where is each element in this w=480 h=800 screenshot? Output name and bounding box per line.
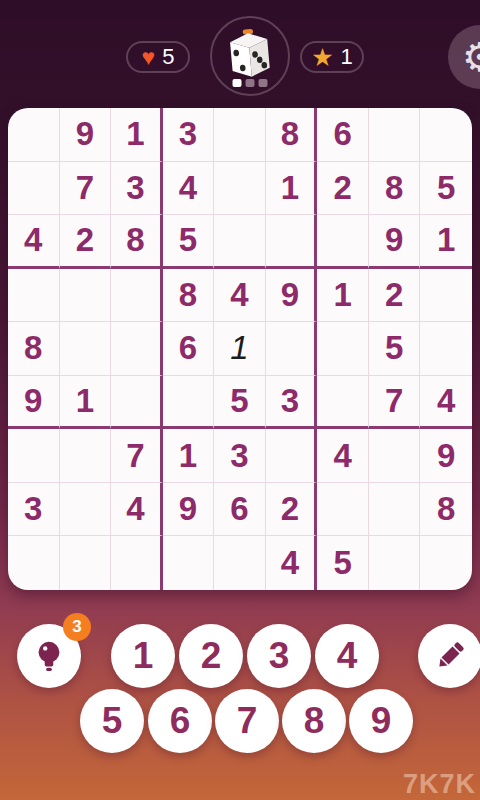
cell-r4c8[interactable]: 2 bbox=[369, 269, 421, 323]
num-button-6[interactable]: 6 bbox=[148, 689, 212, 753]
cell-r3c3[interactable]: 8 bbox=[111, 215, 163, 269]
cell-r4c5[interactable]: 4 bbox=[214, 269, 266, 323]
cell-r5c7[interactable] bbox=[317, 322, 369, 376]
cell-r9c8[interactable] bbox=[369, 536, 421, 590]
hint-count-badge: 3 bbox=[63, 613, 91, 641]
cell-r9c6[interactable]: 4 bbox=[266, 536, 318, 590]
cell-r1c2[interactable]: 9 bbox=[60, 108, 112, 162]
star-icon: ★ bbox=[311, 45, 333, 70]
cell-r8c8[interactable] bbox=[369, 483, 421, 537]
cell-r6c8[interactable]: 7 bbox=[369, 376, 421, 430]
lives-pill: ♥ 5 bbox=[126, 41, 190, 73]
cell-r2c3[interactable]: 3 bbox=[111, 162, 163, 216]
cell-r4c2[interactable] bbox=[60, 269, 112, 323]
page-dots bbox=[233, 79, 268, 87]
cell-r8c6[interactable]: 2 bbox=[266, 483, 318, 537]
cell-r3c9[interactable]: 1 bbox=[420, 215, 472, 269]
cell-r8c7[interactable] bbox=[317, 483, 369, 537]
cell-r1c8[interactable] bbox=[369, 108, 421, 162]
cell-r3c5[interactable] bbox=[214, 215, 266, 269]
cell-r7c7[interactable]: 4 bbox=[317, 429, 369, 483]
cell-r4c3[interactable] bbox=[111, 269, 163, 323]
cell-r4c1[interactable] bbox=[8, 269, 60, 323]
cell-r2c7[interactable]: 2 bbox=[317, 162, 369, 216]
cell-r7c8[interactable] bbox=[369, 429, 421, 483]
cell-r5c6[interactable] bbox=[266, 322, 318, 376]
dice-level-carousel[interactable] bbox=[210, 16, 290, 96]
num-button-1[interactable]: 1 bbox=[111, 624, 175, 688]
num-button-8[interactable]: 8 bbox=[282, 689, 346, 753]
cell-r6c6[interactable]: 3 bbox=[266, 376, 318, 430]
cell-r5c9[interactable] bbox=[420, 322, 472, 376]
cell-r1c4[interactable]: 3 bbox=[163, 108, 215, 162]
cell-r6c4[interactable] bbox=[163, 376, 215, 430]
cell-r1c7[interactable]: 6 bbox=[317, 108, 369, 162]
cell-r5c2[interactable] bbox=[60, 322, 112, 376]
cell-r2c5[interactable] bbox=[214, 162, 266, 216]
page-dot-2 bbox=[246, 79, 255, 87]
settings-button[interactable]: ⚙ bbox=[448, 25, 480, 89]
board-card: 9138673412854285918491286159153747134934… bbox=[8, 108, 472, 590]
cell-r6c1[interactable]: 9 bbox=[8, 376, 60, 430]
page-dot-1 bbox=[233, 79, 242, 87]
watermark: 7K7K bbox=[403, 769, 476, 800]
num-button-7[interactable]: 7 bbox=[215, 689, 279, 753]
cell-r5c4[interactable]: 6 bbox=[163, 322, 215, 376]
sudoku-app: ♥ 5 ★ 1 ⚙ 913867341285428591849128615915… bbox=[0, 0, 480, 800]
cell-r3c1[interactable]: 4 bbox=[8, 215, 60, 269]
num-button-9[interactable]: 9 bbox=[349, 689, 413, 753]
num-button-2[interactable]: 2 bbox=[179, 624, 243, 688]
cell-r3c7[interactable] bbox=[317, 215, 369, 269]
cell-r5c1[interactable]: 8 bbox=[8, 322, 60, 376]
sudoku-grid: 9138673412854285918491286159153747134934… bbox=[8, 108, 472, 590]
pencil-button[interactable] bbox=[418, 624, 480, 688]
pencil-icon bbox=[432, 638, 468, 674]
cell-r8c1[interactable]: 3 bbox=[8, 483, 60, 537]
cell-r3c4[interactable]: 5 bbox=[163, 215, 215, 269]
page-dot-3 bbox=[259, 79, 268, 87]
stars-pill: ★ 1 bbox=[300, 41, 364, 73]
cell-r7c5[interactable]: 3 bbox=[214, 429, 266, 483]
cell-r8c2[interactable] bbox=[60, 483, 112, 537]
cell-r4c9[interactable] bbox=[420, 269, 472, 323]
cell-r5c3[interactable] bbox=[111, 322, 163, 376]
cell-r9c1[interactable] bbox=[8, 536, 60, 590]
cell-r3c8[interactable]: 9 bbox=[369, 215, 421, 269]
cell-r1c5[interactable] bbox=[214, 108, 266, 162]
cell-r9c2[interactable] bbox=[60, 536, 112, 590]
cell-r2c2[interactable]: 7 bbox=[60, 162, 112, 216]
cell-r8c5[interactable]: 6 bbox=[214, 483, 266, 537]
lives-count: 5 bbox=[162, 46, 174, 68]
cell-r2c9[interactable]: 5 bbox=[420, 162, 472, 216]
cell-r5c5[interactable]: 1 bbox=[214, 322, 266, 376]
cell-r8c9[interactable]: 8 bbox=[420, 483, 472, 537]
cell-r7c4[interactable]: 1 bbox=[163, 429, 215, 483]
num-button-4[interactable]: 4 bbox=[315, 624, 379, 688]
cell-r4c7[interactable]: 1 bbox=[317, 269, 369, 323]
heart-icon: ♥ bbox=[142, 46, 156, 69]
cell-r8c4[interactable]: 9 bbox=[163, 483, 215, 537]
cell-r7c9[interactable]: 9 bbox=[420, 429, 472, 483]
cell-r8c3[interactable]: 4 bbox=[111, 483, 163, 537]
cell-r9c7[interactable]: 5 bbox=[317, 536, 369, 590]
cell-r9c5[interactable] bbox=[214, 536, 266, 590]
cell-r3c6[interactable] bbox=[266, 215, 318, 269]
cell-r1c6[interactable]: 8 bbox=[266, 108, 318, 162]
cell-r7c1[interactable] bbox=[8, 429, 60, 483]
cell-r1c1[interactable] bbox=[8, 108, 60, 162]
cell-r2c8[interactable]: 8 bbox=[369, 162, 421, 216]
cell-r4c4[interactable]: 8 bbox=[163, 269, 215, 323]
cell-r9c9[interactable] bbox=[420, 536, 472, 590]
stars-count: 1 bbox=[341, 46, 353, 68]
cell-r6c5[interactable]: 5 bbox=[214, 376, 266, 430]
cell-r4c6[interactable]: 9 bbox=[266, 269, 318, 323]
cell-r2c1[interactable] bbox=[8, 162, 60, 216]
cell-r7c3[interactable]: 7 bbox=[111, 429, 163, 483]
cell-r9c4[interactable] bbox=[163, 536, 215, 590]
lightbulb-icon bbox=[32, 638, 66, 674]
cell-r1c9[interactable] bbox=[420, 108, 472, 162]
cell-r6c3[interactable] bbox=[111, 376, 163, 430]
num-button-3[interactable]: 3 bbox=[247, 624, 311, 688]
cell-r6c7[interactable] bbox=[317, 376, 369, 430]
cell-r3c2[interactable]: 2 bbox=[60, 215, 112, 269]
cell-r2c6[interactable]: 1 bbox=[266, 162, 318, 216]
cell-r6c2[interactable]: 1 bbox=[60, 376, 112, 430]
cell-r5c8[interactable]: 5 bbox=[369, 322, 421, 376]
num-button-5[interactable]: 5 bbox=[80, 689, 144, 753]
cell-r7c2[interactable] bbox=[60, 429, 112, 483]
cell-r1c3[interactable]: 1 bbox=[111, 108, 163, 162]
dice-icon bbox=[219, 25, 282, 88]
cell-r2c4[interactable]: 4 bbox=[163, 162, 215, 216]
gear-icon: ⚙ bbox=[462, 37, 480, 77]
cell-r9c3[interactable] bbox=[111, 536, 163, 590]
cell-r7c6[interactable] bbox=[266, 429, 318, 483]
cell-r6c9[interactable]: 4 bbox=[420, 376, 472, 430]
